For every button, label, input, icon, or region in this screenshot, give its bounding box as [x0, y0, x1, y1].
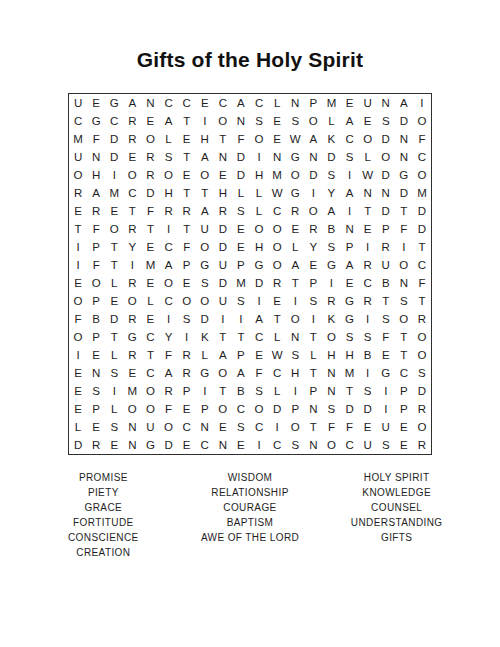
grid-cell-r4c4[interactable]: E: [123, 148, 141, 166]
grid-cell-r4c6[interactable]: S: [160, 148, 178, 166]
grid-cell-r20c9[interactable]: N: [214, 436, 232, 454]
grid-cell-r18c20[interactable]: R: [413, 400, 431, 418]
grid-cell-r7c19[interactable]: T: [395, 202, 413, 220]
grid-cell-r13c15[interactable]: K: [322, 310, 340, 328]
grid-cell-r20c10[interactable]: E: [232, 436, 250, 454]
grid-cell-r5c8[interactable]: O: [196, 166, 214, 184]
grid-cell-r5c5[interactable]: R: [141, 166, 159, 184]
grid-cell-r12c9[interactable]: U: [214, 292, 232, 310]
grid-cell-r7c15[interactable]: A: [322, 202, 340, 220]
grid-cell-r15c19[interactable]: T: [395, 346, 413, 364]
grid-cell-r6c2[interactable]: A: [87, 184, 105, 202]
grid-cell-r7c1[interactable]: E: [69, 202, 87, 220]
grid-cell-r3c9[interactable]: T: [214, 130, 232, 148]
grid-cell-r16c20[interactable]: S: [413, 364, 431, 382]
grid-cell-r1c17[interactable]: U: [359, 94, 377, 112]
grid-cell-r12c3[interactable]: E: [105, 292, 123, 310]
grid-cell-r9c12[interactable]: O: [268, 238, 286, 256]
grid-cell-r10c3[interactable]: T: [105, 256, 123, 274]
grid-cell-r6c8[interactable]: T: [196, 184, 214, 202]
grid-cell-r20c11[interactable]: I: [250, 436, 268, 454]
grid-cell-r12c8[interactable]: O: [196, 292, 214, 310]
grid-cell-r6c15[interactable]: Y: [322, 184, 340, 202]
grid-cell-r7c11[interactable]: L: [250, 202, 268, 220]
grid-cell-r16c6[interactable]: A: [160, 364, 178, 382]
grid-cell-r3c7[interactable]: E: [178, 130, 196, 148]
grid-cell-r14c16[interactable]: S: [341, 328, 359, 346]
grid-cell-r3c8[interactable]: H: [196, 130, 214, 148]
grid-cell-r17c19[interactable]: P: [395, 382, 413, 400]
grid-cell-r2c18[interactable]: S: [377, 112, 395, 130]
grid-cell-r14c4[interactable]: G: [123, 328, 141, 346]
grid-cell-r13c19[interactable]: O: [395, 310, 413, 328]
grid-cell-r6c17[interactable]: N: [359, 184, 377, 202]
grid-cell-r10c10[interactable]: P: [232, 256, 250, 274]
grid-cell-r6c5[interactable]: D: [141, 184, 159, 202]
grid-cell-r10c16[interactable]: A: [341, 256, 359, 274]
grid-cell-r4c16[interactable]: S: [341, 148, 359, 166]
grid-cell-r5c20[interactable]: O: [413, 166, 431, 184]
grid-cell-r12c4[interactable]: O: [123, 292, 141, 310]
grid-cell-r17c7[interactable]: P: [178, 382, 196, 400]
grid-cell-r18c14[interactable]: N: [304, 400, 322, 418]
grid-cell-r11c19[interactable]: N: [395, 274, 413, 292]
grid-cell-r5c6[interactable]: O: [160, 166, 178, 184]
grid-cell-r20c19[interactable]: E: [395, 436, 413, 454]
grid-cell-r13c4[interactable]: R: [123, 310, 141, 328]
grid-cell-r6c13[interactable]: G: [286, 184, 304, 202]
grid-cell-r8c16[interactable]: N: [341, 220, 359, 238]
grid-cell-r18c17[interactable]: D: [359, 400, 377, 418]
grid-cell-r13c20[interactable]: R: [413, 310, 431, 328]
grid-cell-r19c11[interactable]: C: [250, 418, 268, 436]
grid-cell-r15c15[interactable]: H: [322, 346, 340, 364]
grid-cell-r9c15[interactable]: S: [322, 238, 340, 256]
grid-cell-r8c4[interactable]: R: [123, 220, 141, 238]
grid-cell-r11c18[interactable]: B: [377, 274, 395, 292]
grid-cell-r12c1[interactable]: O: [69, 292, 87, 310]
grid-cell-r18c8[interactable]: P: [196, 400, 214, 418]
grid-cell-r13c7[interactable]: S: [178, 310, 196, 328]
grid-cell-r8c8[interactable]: U: [196, 220, 214, 238]
grid-cell-r3c12[interactable]: E: [268, 130, 286, 148]
grid-cell-r17c5[interactable]: O: [141, 382, 159, 400]
grid-cell-r18c5[interactable]: O: [141, 400, 159, 418]
grid-cell-r13c18[interactable]: S: [377, 310, 395, 328]
grid-cell-r20c20[interactable]: R: [413, 436, 431, 454]
grid-cell-r20c16[interactable]: C: [341, 436, 359, 454]
grid-cell-r20c7[interactable]: E: [178, 436, 196, 454]
grid-cell-r5c16[interactable]: I: [341, 166, 359, 184]
grid-cell-r9c6[interactable]: C: [160, 238, 178, 256]
grid-cell-r3c6[interactable]: L: [160, 130, 178, 148]
grid-cell-r3c13[interactable]: W: [286, 130, 304, 148]
grid-cell-r12c5[interactable]: L: [141, 292, 159, 310]
grid-cell-r19c12[interactable]: I: [268, 418, 286, 436]
grid-cell-r18c7[interactable]: E: [178, 400, 196, 418]
grid-cell-r20c6[interactable]: D: [160, 436, 178, 454]
grid-cell-r9c2[interactable]: P: [87, 238, 105, 256]
grid-cell-r18c15[interactable]: S: [322, 400, 340, 418]
grid-cell-r1c3[interactable]: G: [105, 94, 123, 112]
grid-cell-r15c14[interactable]: L: [304, 346, 322, 364]
grid-cell-r13c6[interactable]: I: [160, 310, 178, 328]
grid-cell-r5c13[interactable]: O: [286, 166, 304, 184]
grid-cell-r10c15[interactable]: G: [322, 256, 340, 274]
grid-cell-r4c15[interactable]: D: [322, 148, 340, 166]
grid-cell-r18c9[interactable]: O: [214, 400, 232, 418]
grid-cell-r5c11[interactable]: H: [250, 166, 268, 184]
grid-cell-r14c1[interactable]: O: [69, 328, 87, 346]
grid-cell-r5c12[interactable]: M: [268, 166, 286, 184]
grid-cell-r1c14[interactable]: P: [304, 94, 322, 112]
grid-cell-r14c19[interactable]: T: [395, 328, 413, 346]
grid-cell-r9c19[interactable]: I: [395, 238, 413, 256]
grid-cell-r2c15[interactable]: L: [322, 112, 340, 130]
grid-cell-r11c2[interactable]: O: [87, 274, 105, 292]
grid-cell-r18c2[interactable]: P: [87, 400, 105, 418]
grid-cell-r16c16[interactable]: M: [341, 364, 359, 382]
grid-cell-r20c4[interactable]: N: [123, 436, 141, 454]
grid-cell-r5c1[interactable]: O: [69, 166, 87, 184]
grid-cell-r12c18[interactable]: T: [377, 292, 395, 310]
grid-cell-r3c5[interactable]: O: [141, 130, 159, 148]
grid-cell-r10c19[interactable]: O: [395, 256, 413, 274]
grid-cell-r20c8[interactable]: C: [196, 436, 214, 454]
grid-cell-r15c7[interactable]: R: [178, 346, 196, 364]
grid-cell-r12c6[interactable]: C: [160, 292, 178, 310]
grid-cell-r1c20[interactable]: I: [413, 94, 431, 112]
grid-cell-r11c7[interactable]: E: [178, 274, 196, 292]
grid-cell-r7c13[interactable]: R: [286, 202, 304, 220]
grid-cell-r3c15[interactable]: K: [322, 130, 340, 148]
grid-cell-r18c12[interactable]: D: [268, 400, 286, 418]
grid-cell-r7c20[interactable]: D: [413, 202, 431, 220]
grid-cell-r1c6[interactable]: C: [160, 94, 178, 112]
grid-cell-r19c19[interactable]: E: [395, 418, 413, 436]
grid-cell-r15c11[interactable]: E: [250, 346, 268, 364]
grid-cell-r11c5[interactable]: E: [141, 274, 159, 292]
grid-cell-r10c20[interactable]: C: [413, 256, 431, 274]
grid-cell-r16c12[interactable]: C: [268, 364, 286, 382]
grid-cell-r16c17[interactable]: I: [359, 364, 377, 382]
grid-cell-r19c5[interactable]: U: [141, 418, 159, 436]
grid-cell-r5c14[interactable]: D: [304, 166, 322, 184]
grid-cell-r2c4[interactable]: R: [123, 112, 141, 130]
grid-cell-r10c7[interactable]: P: [178, 256, 196, 274]
grid-cell-r20c2[interactable]: R: [87, 436, 105, 454]
grid-cell-r1c12[interactable]: L: [268, 94, 286, 112]
grid-cell-r17c8[interactable]: I: [196, 382, 214, 400]
grid-cell-r9c9[interactable]: D: [214, 238, 232, 256]
grid-cell-r8c1[interactable]: T: [69, 220, 87, 238]
grid-cell-r15c5[interactable]: T: [141, 346, 159, 364]
grid-cell-r17c9[interactable]: T: [214, 382, 232, 400]
grid-cell-r1c16[interactable]: E: [341, 94, 359, 112]
grid-cell-r15c10[interactable]: P: [232, 346, 250, 364]
grid-cell-r4c14[interactable]: N: [304, 148, 322, 166]
grid-cell-r9c10[interactable]: E: [232, 238, 250, 256]
grid-cell-r4c13[interactable]: G: [286, 148, 304, 166]
grid-cell-r12c17[interactable]: R: [359, 292, 377, 310]
grid-cell-r7c17[interactable]: T: [359, 202, 377, 220]
grid-cell-r7c18[interactable]: D: [377, 202, 395, 220]
grid-cell-r19c14[interactable]: T: [304, 418, 322, 436]
grid-cell-r9c20[interactable]: T: [413, 238, 431, 256]
grid-cell-r3c19[interactable]: N: [395, 130, 413, 148]
grid-cell-r8c15[interactable]: B: [322, 220, 340, 238]
grid-cell-r6c14[interactable]: I: [304, 184, 322, 202]
grid-cell-r1c15[interactable]: M: [322, 94, 340, 112]
grid-cell-r10c2[interactable]: F: [87, 256, 105, 274]
grid-cell-r19c3[interactable]: S: [105, 418, 123, 436]
grid-cell-r12c2[interactable]: P: [87, 292, 105, 310]
grid-cell-r20c17[interactable]: U: [359, 436, 377, 454]
grid-cell-r2c12[interactable]: E: [268, 112, 286, 130]
grid-cell-r9c13[interactable]: L: [286, 238, 304, 256]
grid-cell-r2c16[interactable]: A: [341, 112, 359, 130]
grid-cell-r8c18[interactable]: P: [377, 220, 395, 238]
grid-cell-r13c13[interactable]: O: [286, 310, 304, 328]
grid-cell-r5c4[interactable]: O: [123, 166, 141, 184]
grid-cell-r15c8[interactable]: L: [196, 346, 214, 364]
grid-cell-r9c16[interactable]: P: [341, 238, 359, 256]
grid-cell-r9c18[interactable]: R: [377, 238, 395, 256]
grid-cell-r15c3[interactable]: L: [105, 346, 123, 364]
grid-cell-r7c7[interactable]: R: [178, 202, 196, 220]
grid-cell-r18c19[interactable]: P: [395, 400, 413, 418]
grid-cell-r20c18[interactable]: S: [377, 436, 395, 454]
grid-cell-r16c7[interactable]: R: [178, 364, 196, 382]
grid-cell-r2c13[interactable]: S: [286, 112, 304, 130]
grid-cell-r2c19[interactable]: D: [395, 112, 413, 130]
grid-cell-r10c17[interactable]: R: [359, 256, 377, 274]
grid-cell-r15c16[interactable]: H: [341, 346, 359, 364]
grid-cell-r1c1[interactable]: U: [69, 94, 87, 112]
grid-cell-r6c1[interactable]: R: [69, 184, 87, 202]
grid-cell-r16c8[interactable]: G: [196, 364, 214, 382]
grid-cell-r2c9[interactable]: O: [214, 112, 232, 130]
grid-cell-r5c9[interactable]: E: [214, 166, 232, 184]
grid-cell-r17c2[interactable]: S: [87, 382, 105, 400]
grid-cell-r6c18[interactable]: N: [377, 184, 395, 202]
grid-cell-r7c6[interactable]: R: [160, 202, 178, 220]
grid-cell-r17c20[interactable]: D: [413, 382, 431, 400]
grid-cell-r2c8[interactable]: I: [196, 112, 214, 130]
grid-cell-r16c13[interactable]: H: [286, 364, 304, 382]
grid-cell-r2c6[interactable]: A: [160, 112, 178, 130]
grid-cell-r13c12[interactable]: T: [268, 310, 286, 328]
grid-cell-r17c15[interactable]: N: [322, 382, 340, 400]
grid-cell-r18c3[interactable]: L: [105, 400, 123, 418]
grid-cell-r2c14[interactable]: O: [304, 112, 322, 130]
grid-cell-r14c8[interactable]: K: [196, 328, 214, 346]
grid-cell-r11c6[interactable]: O: [160, 274, 178, 292]
grid-cell-r3c17[interactable]: O: [359, 130, 377, 148]
grid-cell-r3c14[interactable]: A: [304, 130, 322, 148]
grid-cell-r1c18[interactable]: N: [377, 94, 395, 112]
grid-cell-r5c18[interactable]: D: [377, 166, 395, 184]
grid-cell-r1c7[interactable]: C: [178, 94, 196, 112]
grid-cell-r14c11[interactable]: C: [250, 328, 268, 346]
grid-cell-r6c7[interactable]: T: [178, 184, 196, 202]
grid-cell-r1c13[interactable]: N: [286, 94, 304, 112]
grid-cell-r7c3[interactable]: E: [105, 202, 123, 220]
grid-cell-r8c13[interactable]: E: [286, 220, 304, 238]
grid-cell-r3c3[interactable]: D: [105, 130, 123, 148]
grid-cell-r3c4[interactable]: R: [123, 130, 141, 148]
grid-cell-r17c6[interactable]: R: [160, 382, 178, 400]
grid-cell-r1c8[interactable]: E: [196, 94, 214, 112]
grid-cell-r3c11[interactable]: O: [250, 130, 268, 148]
grid-cell-r11c14[interactable]: P: [304, 274, 322, 292]
grid-cell-r19c1[interactable]: L: [69, 418, 87, 436]
grid-cell-r9c7[interactable]: F: [178, 238, 196, 256]
grid-cell-r12c20[interactable]: T: [413, 292, 431, 310]
grid-cell-r8c7[interactable]: T: [178, 220, 196, 238]
grid-cell-r19c7[interactable]: C: [178, 418, 196, 436]
grid-cell-r14c15[interactable]: O: [322, 328, 340, 346]
grid-cell-r19c9[interactable]: E: [214, 418, 232, 436]
grid-cell-r16c9[interactable]: O: [214, 364, 232, 382]
grid-cell-r15c6[interactable]: F: [160, 346, 178, 364]
grid-cell-r9c11[interactable]: H: [250, 238, 268, 256]
grid-cell-r13c5[interactable]: E: [141, 310, 159, 328]
grid-cell-r9c14[interactable]: Y: [304, 238, 322, 256]
grid-cell-r12c15[interactable]: R: [322, 292, 340, 310]
grid-cell-r2c3[interactable]: C: [105, 112, 123, 130]
grid-cell-r10c1[interactable]: I: [69, 256, 87, 274]
grid-cell-r1c2[interactable]: E: [87, 94, 105, 112]
grid-cell-r2c17[interactable]: E: [359, 112, 377, 130]
grid-cell-r19c15[interactable]: F: [322, 418, 340, 436]
grid-cell-r5c17[interactable]: W: [359, 166, 377, 184]
grid-cell-r1c4[interactable]: A: [123, 94, 141, 112]
grid-cell-r13c9[interactable]: I: [214, 310, 232, 328]
grid-cell-r10c5[interactable]: M: [141, 256, 159, 274]
grid-cell-r17c10[interactable]: B: [232, 382, 250, 400]
grid-cell-r13c16[interactable]: G: [341, 310, 359, 328]
grid-cell-r1c5[interactable]: N: [141, 94, 159, 112]
grid-cell-r14c18[interactable]: F: [377, 328, 395, 346]
grid-cell-r5c2[interactable]: H: [87, 166, 105, 184]
grid-cell-r7c12[interactable]: C: [268, 202, 286, 220]
grid-cell-r16c14[interactable]: T: [304, 364, 322, 382]
grid-cell-r5c7[interactable]: E: [178, 166, 196, 184]
grid-cell-r18c10[interactable]: C: [232, 400, 250, 418]
grid-cell-r4c9[interactable]: N: [214, 148, 232, 166]
grid-cell-r4c12[interactable]: N: [268, 148, 286, 166]
grid-cell-r4c5[interactable]: R: [141, 148, 159, 166]
grid-cell-r6c9[interactable]: H: [214, 184, 232, 202]
grid-cell-r12c10[interactable]: S: [232, 292, 250, 310]
grid-cell-r15c4[interactable]: R: [123, 346, 141, 364]
grid-cell-r20c12[interactable]: C: [268, 436, 286, 454]
grid-cell-r7c16[interactable]: I: [341, 202, 359, 220]
grid-cell-r6c10[interactable]: L: [232, 184, 250, 202]
grid-cell-r13c10[interactable]: I: [232, 310, 250, 328]
grid-cell-r8c2[interactable]: F: [87, 220, 105, 238]
grid-cell-r2c20[interactable]: O: [413, 112, 431, 130]
grid-cell-r16c19[interactable]: C: [395, 364, 413, 382]
grid-cell-r14c13[interactable]: N: [286, 328, 304, 346]
grid-cell-r1c9[interactable]: C: [214, 94, 232, 112]
grid-cell-r7c10[interactable]: S: [232, 202, 250, 220]
grid-cell-r13c8[interactable]: D: [196, 310, 214, 328]
grid-cell-r17c17[interactable]: S: [359, 382, 377, 400]
grid-cell-r2c10[interactable]: N: [232, 112, 250, 130]
grid-cell-r6c3[interactable]: M: [105, 184, 123, 202]
grid-cell-r15c18[interactable]: E: [377, 346, 395, 364]
grid-cell-r8c9[interactable]: D: [214, 220, 232, 238]
grid-cell-r3c20[interactable]: F: [413, 130, 431, 148]
grid-cell-r8c5[interactable]: T: [141, 220, 159, 238]
grid-cell-r14c2[interactable]: P: [87, 328, 105, 346]
grid-cell-r10c11[interactable]: G: [250, 256, 268, 274]
grid-cell-r14c7[interactable]: I: [178, 328, 196, 346]
grid-cell-r6c11[interactable]: L: [250, 184, 268, 202]
grid-cell-r19c18[interactable]: U: [377, 418, 395, 436]
grid-cell-r10c9[interactable]: U: [214, 256, 232, 274]
grid-cell-r15c1[interactable]: I: [69, 346, 87, 364]
grid-cell-r8c19[interactable]: F: [395, 220, 413, 238]
grid-cell-r1c11[interactable]: C: [250, 94, 268, 112]
grid-cell-r2c7[interactable]: T: [178, 112, 196, 130]
grid-cell-r5c19[interactable]: G: [395, 166, 413, 184]
grid-cell-r11c1[interactable]: E: [69, 274, 87, 292]
grid-cell-r14c14[interactable]: T: [304, 328, 322, 346]
grid-cell-r18c13[interactable]: P: [286, 400, 304, 418]
grid-cell-r14c12[interactable]: L: [268, 328, 286, 346]
grid-cell-r8c6[interactable]: I: [160, 220, 178, 238]
grid-cell-r7c4[interactable]: T: [123, 202, 141, 220]
grid-cell-r4c18[interactable]: O: [377, 148, 395, 166]
grid-cell-r4c7[interactable]: T: [178, 148, 196, 166]
grid-cell-r14c5[interactable]: C: [141, 328, 159, 346]
grid-cell-r14c9[interactable]: T: [214, 328, 232, 346]
grid-cell-r3c1[interactable]: M: [69, 130, 87, 148]
grid-cell-r19c17[interactable]: E: [359, 418, 377, 436]
grid-cell-r13c11[interactable]: A: [250, 310, 268, 328]
grid-cell-r17c16[interactable]: T: [341, 382, 359, 400]
grid-cell-r3c2[interactable]: F: [87, 130, 105, 148]
grid-cell-r20c13[interactable]: S: [286, 436, 304, 454]
grid-cell-r7c2[interactable]: R: [87, 202, 105, 220]
grid-cell-r16c15[interactable]: N: [322, 364, 340, 382]
grid-cell-r14c3[interactable]: T: [105, 328, 123, 346]
grid-cell-r13c2[interactable]: B: [87, 310, 105, 328]
grid-cell-r11c16[interactable]: E: [341, 274, 359, 292]
grid-cell-r16c5[interactable]: C: [141, 364, 159, 382]
grid-cell-r12c7[interactable]: O: [178, 292, 196, 310]
grid-cell-r4c10[interactable]: D: [232, 148, 250, 166]
grid-cell-r19c8[interactable]: N: [196, 418, 214, 436]
grid-cell-r17c14[interactable]: P: [304, 382, 322, 400]
grid-cell-r17c1[interactable]: E: [69, 382, 87, 400]
grid-cell-r17c13[interactable]: I: [286, 382, 304, 400]
grid-cell-r12c16[interactable]: G: [341, 292, 359, 310]
grid-cell-r14c10[interactable]: T: [232, 328, 250, 346]
grid-cell-r9c4[interactable]: Y: [123, 238, 141, 256]
grid-cell-r12c12[interactable]: E: [268, 292, 286, 310]
grid-cell-r19c4[interactable]: N: [123, 418, 141, 436]
grid-cell-r19c2[interactable]: E: [87, 418, 105, 436]
grid-cell-r18c16[interactable]: D: [341, 400, 359, 418]
grid-cell-r4c8[interactable]: A: [196, 148, 214, 166]
grid-cell-r15c20[interactable]: O: [413, 346, 431, 364]
grid-cell-r15c12[interactable]: W: [268, 346, 286, 364]
grid-cell-r6c6[interactable]: H: [160, 184, 178, 202]
